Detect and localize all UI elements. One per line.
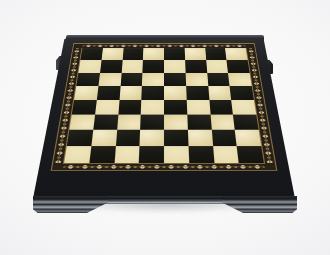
square-r5c6: [210, 114, 235, 129]
square-r0c3: [143, 48, 164, 60]
square-r1c1: [100, 60, 122, 73]
square-r2c0: [76, 73, 99, 86]
square-r4c3: [141, 100, 164, 115]
square-r4c6: [209, 100, 233, 115]
square-r7c2: [114, 146, 140, 163]
square-r3c4: [164, 86, 186, 100]
square-r2c4: [164, 73, 186, 86]
checkerboard: [64, 48, 264, 163]
square-r1c7: [227, 60, 250, 73]
square-r3c0: [74, 86, 98, 100]
chess-board: [33, 38, 295, 197]
playing-area-frame: [63, 48, 265, 164]
square-r5c2: [117, 114, 141, 129]
square-r7c0: [64, 146, 91, 163]
square-r3c7: [230, 86, 254, 100]
square-r7c1: [89, 146, 115, 163]
square-r6c3: [140, 130, 164, 146]
square-r4c1: [95, 100, 119, 115]
square-r4c0: [72, 100, 97, 115]
square-r2c7: [228, 73, 251, 86]
square-r6c6: [211, 130, 237, 146]
square-r5c4: [164, 114, 188, 129]
square-r1c6: [206, 60, 228, 73]
square-r6c4: [164, 130, 188, 146]
square-r5c5: [187, 114, 211, 129]
square-r4c2: [118, 100, 142, 115]
square-r7c3: [139, 146, 164, 163]
square-r7c5: [188, 146, 214, 163]
square-r2c6: [207, 73, 230, 86]
square-r1c3: [143, 60, 164, 73]
product-photo-stage: [0, 0, 330, 255]
square-r4c4: [164, 100, 187, 115]
board-frame: [33, 38, 295, 197]
square-r2c2: [120, 73, 142, 86]
square-r7c6: [213, 146, 239, 163]
inlay-motif-strip-top: [82, 44, 245, 47]
square-r3c2: [119, 86, 142, 100]
square-r0c6: [205, 48, 227, 60]
square-r2c3: [142, 73, 164, 86]
square-r2c1: [98, 73, 121, 86]
square-r2c5: [185, 73, 207, 86]
square-r7c4: [164, 146, 189, 163]
square-r6c2: [115, 130, 140, 146]
square-r0c5: [184, 48, 205, 60]
square-r1c4: [164, 60, 185, 73]
square-r0c2: [122, 48, 143, 60]
square-r6c5: [188, 130, 213, 146]
square-r5c0: [69, 114, 94, 129]
square-r6c7: [235, 130, 261, 146]
square-r3c6: [208, 86, 232, 100]
square-r3c5: [186, 86, 209, 100]
square-r3c1: [97, 86, 121, 100]
square-r4c5: [186, 100, 210, 115]
square-r6c0: [67, 130, 93, 146]
square-r1c0: [78, 60, 101, 73]
square-r3c3: [142, 86, 164, 100]
square-r4c7: [231, 100, 256, 115]
square-r5c1: [93, 114, 118, 129]
square-r0c4: [164, 48, 185, 60]
square-r7c7: [237, 146, 264, 163]
inlay-motif-strip-bottom: [63, 164, 265, 169]
board-front-edge: [100, 196, 230, 204]
square-r0c7: [225, 48, 247, 60]
square-r6c1: [91, 130, 117, 146]
inlay-border: [51, 43, 278, 170]
square-r5c7: [233, 114, 258, 129]
square-r0c0: [80, 48, 102, 60]
square-r0c1: [101, 48, 123, 60]
square-r5c3: [140, 114, 164, 129]
square-r1c2: [121, 60, 143, 73]
square-r1c5: [185, 60, 207, 73]
